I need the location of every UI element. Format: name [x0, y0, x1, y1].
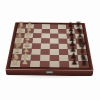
square: ♟: [20, 61, 31, 68]
square: [30, 61, 40, 68]
square: [40, 61, 50, 68]
product-photo-chess-set: ♜♟♟♜♞♟♟♞♝♟♟♝♛♟♟♛♚♟♟♚♝♟♟♝♞♟♟♞♜♟♟♜: [0, 0, 100, 100]
chess-piece-black-rook: ♜: [79, 58, 89, 68]
chess-piece-white-rook: ♜: [10, 57, 20, 67]
square: [50, 61, 60, 68]
square: ♟: [69, 61, 79, 68]
board-front-edge: [6, 70, 94, 77]
chess-board: ♜♟♟♜♞♟♟♞♝♟♟♝♛♟♟♛♚♟♟♚♝♟♟♝♞♟♟♞♜♟♟♜: [10, 24, 89, 68]
square: [59, 61, 69, 68]
clasp-latch-icon: [46, 71, 54, 74]
square: ♜: [78, 61, 89, 68]
chess-piece-white-pawn: ♟: [20, 57, 30, 67]
board-frame: ♜♟♟♜♞♟♟♞♝♟♟♝♛♟♟♛♚♟♟♚♝♟♟♝♞♟♟♞♜♟♟♜: [6, 22, 94, 70]
perspective-wrapper: ♜♟♟♜♞♟♟♞♝♟♟♝♛♟♟♛♚♟♟♚♝♟♟♝♞♟♟♞♜♟♟♜: [6, 0, 95, 70]
chess-piece-black-pawn: ♟: [69, 58, 79, 68]
